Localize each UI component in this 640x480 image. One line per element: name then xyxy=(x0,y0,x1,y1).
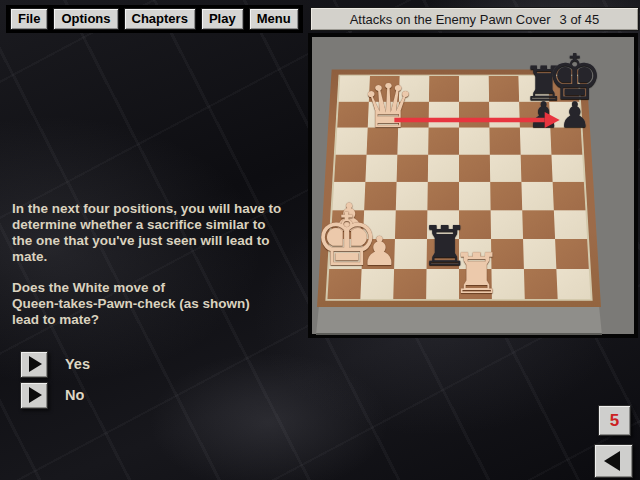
square-d1 xyxy=(426,269,459,300)
square-f6 xyxy=(489,128,520,155)
square-d7 xyxy=(429,101,459,127)
square-e1 xyxy=(459,269,492,300)
menu-button-chapters[interactable]: Chapters xyxy=(124,8,196,30)
square-c6 xyxy=(397,128,428,155)
square-b8 xyxy=(369,76,400,102)
no-button[interactable] xyxy=(20,382,48,409)
square-c5 xyxy=(397,154,429,181)
lesson-title: Attacks on the Enemy Pawn Cover xyxy=(350,12,551,27)
score-counter: 5 xyxy=(598,405,631,436)
square-e6 xyxy=(459,128,490,155)
square-c3 xyxy=(395,210,427,239)
yes-button[interactable] xyxy=(20,351,48,378)
square-f8 xyxy=(489,76,519,102)
answer-buttons: YesNo xyxy=(20,350,90,412)
square-f2 xyxy=(491,239,524,269)
square-b2 xyxy=(362,239,395,269)
menu-button-play[interactable]: Play xyxy=(201,8,244,30)
square-e5 xyxy=(459,154,490,181)
square-h7 xyxy=(549,101,581,127)
square-d2 xyxy=(427,239,459,269)
application-window: FileOptionsChaptersPlayMenu Attacks on t… xyxy=(0,0,640,480)
square-a3 xyxy=(331,210,364,239)
square-b3 xyxy=(363,210,396,239)
play-arrow-icon xyxy=(29,387,42,403)
square-f5 xyxy=(490,154,522,181)
square-g1 xyxy=(524,269,558,300)
chess-board-panel: ♜♚♛♟♟♟♚♟♜♜ xyxy=(308,33,638,338)
square-g4 xyxy=(521,182,553,210)
menu-button-options[interactable]: Options xyxy=(53,8,118,30)
square-g8 xyxy=(518,76,549,102)
lesson-counter: 3 of 45 xyxy=(560,12,600,27)
square-b6 xyxy=(367,128,399,155)
square-a7 xyxy=(337,101,369,127)
instruction-paragraph-2: Does the White move of Queen-takes-Pawn-… xyxy=(12,280,312,328)
square-a2 xyxy=(329,239,363,269)
square-b1 xyxy=(360,269,394,300)
square-h3 xyxy=(554,210,587,239)
square-d8 xyxy=(429,76,459,102)
instruction-paragraph-1: In the next four positions, you will hav… xyxy=(12,201,312,265)
square-b5 xyxy=(365,154,397,181)
square-g3 xyxy=(522,210,555,239)
square-c7 xyxy=(398,101,429,127)
square-d5 xyxy=(428,154,459,181)
square-g2 xyxy=(523,239,556,269)
square-f3 xyxy=(491,210,523,239)
square-b4 xyxy=(364,182,396,210)
square-a1 xyxy=(327,269,361,300)
square-g5 xyxy=(521,154,553,181)
answer-row-yes: Yes xyxy=(20,350,90,378)
menu-button-menu[interactable]: Menu xyxy=(249,8,299,30)
square-b7 xyxy=(368,101,399,127)
square-e8 xyxy=(459,76,489,102)
square-f4 xyxy=(490,182,522,210)
instruction-text: In the next four positions, you will hav… xyxy=(12,201,312,343)
square-f1 xyxy=(491,269,524,300)
square-c4 xyxy=(396,182,428,210)
square-c2 xyxy=(394,239,427,269)
play-arrow-icon xyxy=(29,356,42,372)
square-e2 xyxy=(459,239,491,269)
square-e4 xyxy=(459,182,491,210)
square-h6 xyxy=(550,128,582,155)
menu-button-file[interactable]: File xyxy=(10,8,48,30)
square-e7 xyxy=(459,101,489,127)
square-a6 xyxy=(336,128,368,155)
board-front-edge xyxy=(316,307,602,335)
square-h1 xyxy=(556,269,590,300)
square-d6 xyxy=(428,128,459,155)
answer-label-no: No xyxy=(65,387,84,403)
square-h5 xyxy=(551,154,583,181)
back-arrow-icon xyxy=(604,451,620,471)
square-c1 xyxy=(393,269,426,300)
score-counter-value: 5 xyxy=(610,411,619,431)
answer-label-yes: Yes xyxy=(65,356,90,372)
square-d4 xyxy=(427,182,459,210)
square-c8 xyxy=(399,76,429,102)
square-h4 xyxy=(553,182,586,210)
square-d3 xyxy=(427,210,459,239)
square-e3 xyxy=(459,210,491,239)
square-a8 xyxy=(339,76,370,102)
board-grid xyxy=(325,75,592,301)
square-h2 xyxy=(555,239,589,269)
square-g6 xyxy=(520,128,552,155)
chess-board xyxy=(317,70,601,307)
square-f7 xyxy=(489,101,520,127)
previous-page-button[interactable] xyxy=(594,444,633,478)
square-g7 xyxy=(519,101,550,127)
square-a5 xyxy=(334,154,366,181)
square-a4 xyxy=(333,182,366,210)
menu-bar: FileOptionsChaptersPlayMenu xyxy=(6,5,303,33)
answer-row-no: No xyxy=(20,381,90,409)
square-h8 xyxy=(548,76,579,102)
title-bar: Attacks on the Enemy Pawn Cover 3 of 45 xyxy=(310,7,639,31)
